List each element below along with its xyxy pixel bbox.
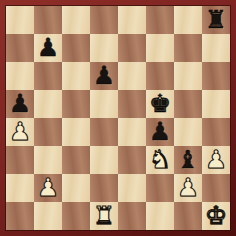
square-d6[interactable]: ♟ — [90, 62, 118, 90]
white-pawn[interactable]: ♟ — [205, 146, 227, 174]
square-h7[interactable] — [202, 34, 230, 62]
square-f4[interactable]: ♟ — [146, 118, 174, 146]
square-d3[interactable] — [90, 146, 118, 174]
square-f7[interactable] — [146, 34, 174, 62]
white-pawn[interactable]: ♟ — [9, 118, 31, 146]
black-pawn[interactable]: ♟ — [93, 62, 115, 90]
square-c6[interactable] — [62, 62, 90, 90]
square-d1[interactable]: ♜ — [90, 202, 118, 230]
square-a1[interactable] — [6, 202, 34, 230]
chess-board: ♜♟♟♟♚♟♟♞♝♟♟♟♜♚ — [6, 6, 230, 230]
square-c4[interactable] — [62, 118, 90, 146]
square-c5[interactable] — [62, 90, 90, 118]
square-h1[interactable]: ♚ — [202, 202, 230, 230]
square-g3[interactable]: ♝ — [174, 146, 202, 174]
square-b3[interactable] — [34, 146, 62, 174]
square-d7[interactable] — [90, 34, 118, 62]
square-h8[interactable]: ♜ — [202, 6, 230, 34]
white-pawn[interactable]: ♟ — [37, 174, 59, 202]
black-king[interactable]: ♚ — [149, 90, 171, 118]
square-b8[interactable] — [34, 6, 62, 34]
board-frame: ♜♟♟♟♚♟♟♞♝♟♟♟♜♚ — [0, 0, 236, 236]
square-a8[interactable] — [6, 6, 34, 34]
square-d2[interactable] — [90, 174, 118, 202]
square-g6[interactable] — [174, 62, 202, 90]
square-a3[interactable] — [6, 146, 34, 174]
square-f6[interactable] — [146, 62, 174, 90]
square-d5[interactable] — [90, 90, 118, 118]
square-f5[interactable]: ♚ — [146, 90, 174, 118]
square-d8[interactable] — [90, 6, 118, 34]
square-a7[interactable] — [6, 34, 34, 62]
square-e2[interactable] — [118, 174, 146, 202]
white-knight[interactable]: ♞ — [149, 146, 171, 174]
square-b4[interactable] — [34, 118, 62, 146]
square-g2[interactable]: ♟ — [174, 174, 202, 202]
square-b2[interactable]: ♟ — [34, 174, 62, 202]
square-f1[interactable] — [146, 202, 174, 230]
square-g1[interactable] — [174, 202, 202, 230]
black-pawn[interactable]: ♟ — [37, 34, 59, 62]
square-h5[interactable] — [202, 90, 230, 118]
square-h6[interactable] — [202, 62, 230, 90]
square-a6[interactable] — [6, 62, 34, 90]
square-b5[interactable] — [34, 90, 62, 118]
square-g8[interactable] — [174, 6, 202, 34]
square-e7[interactable] — [118, 34, 146, 62]
square-d4[interactable] — [90, 118, 118, 146]
square-c3[interactable] — [62, 146, 90, 174]
black-bishop[interactable]: ♝ — [177, 146, 199, 174]
black-pawn[interactable]: ♟ — [9, 90, 31, 118]
square-f3[interactable]: ♞ — [146, 146, 174, 174]
square-a2[interactable] — [6, 174, 34, 202]
square-b7[interactable]: ♟ — [34, 34, 62, 62]
square-h3[interactable]: ♟ — [202, 146, 230, 174]
square-f2[interactable] — [146, 174, 174, 202]
square-g7[interactable] — [174, 34, 202, 62]
square-g4[interactable] — [174, 118, 202, 146]
square-e4[interactable] — [118, 118, 146, 146]
white-pawn[interactable]: ♟ — [177, 174, 199, 202]
white-rook[interactable]: ♜ — [93, 202, 115, 230]
square-a5[interactable]: ♟ — [6, 90, 34, 118]
white-king[interactable]: ♚ — [205, 202, 227, 230]
square-e3[interactable] — [118, 146, 146, 174]
square-e1[interactable] — [118, 202, 146, 230]
square-e6[interactable] — [118, 62, 146, 90]
square-h4[interactable] — [202, 118, 230, 146]
square-h2[interactable] — [202, 174, 230, 202]
square-f8[interactable] — [146, 6, 174, 34]
square-b1[interactable] — [34, 202, 62, 230]
square-c8[interactable] — [62, 6, 90, 34]
square-c2[interactable] — [62, 174, 90, 202]
square-a4[interactable]: ♟ — [6, 118, 34, 146]
square-c7[interactable] — [62, 34, 90, 62]
black-rook[interactable]: ♜ — [205, 6, 227, 34]
black-pawn[interactable]: ♟ — [149, 118, 171, 146]
square-g5[interactable] — [174, 90, 202, 118]
square-b6[interactable] — [34, 62, 62, 90]
square-e8[interactable] — [118, 6, 146, 34]
square-e5[interactable] — [118, 90, 146, 118]
square-c1[interactable] — [62, 202, 90, 230]
